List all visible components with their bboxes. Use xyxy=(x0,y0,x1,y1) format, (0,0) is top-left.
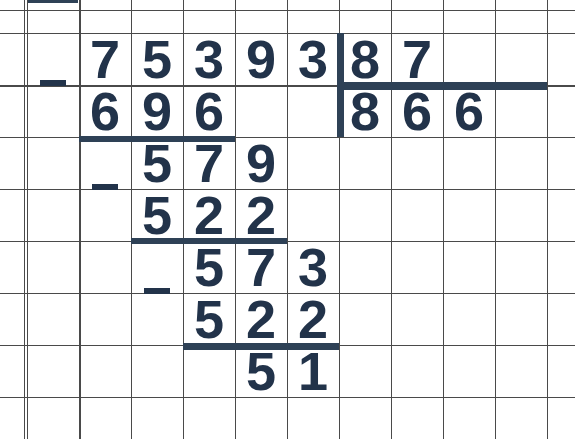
digit-cell: 6 xyxy=(183,85,235,137)
digit-cell: 9 xyxy=(131,85,183,137)
digit-cell: 6 xyxy=(443,85,495,137)
minus-sign xyxy=(144,288,170,294)
digit-cell: 5 xyxy=(183,293,235,345)
digit-cell: 7 xyxy=(235,241,287,293)
subtraction-line-2 xyxy=(131,238,287,244)
digit-cell: 5 xyxy=(131,33,183,85)
minus-sign xyxy=(40,80,66,86)
digit-cell: 6 xyxy=(391,85,443,137)
digit-cell: 8 xyxy=(339,33,391,85)
subtraction-line-3 xyxy=(183,343,339,350)
digit-cell: 3 xyxy=(287,33,339,85)
digit-cell: 6 xyxy=(79,85,131,137)
top-edge-mark xyxy=(28,0,78,3)
digit-cell: 2 xyxy=(287,293,339,345)
digit-cell: 5 xyxy=(183,241,235,293)
digit-cell: 7 xyxy=(183,137,235,189)
digit-cell: 5 xyxy=(235,345,287,397)
digit-cell: 3 xyxy=(287,241,339,293)
digit-cell: 2 xyxy=(235,293,287,345)
digit-cell: 8 xyxy=(339,85,391,137)
digit-cell: 3 xyxy=(183,33,235,85)
minus-sign xyxy=(92,184,118,190)
subtraction-line-1 xyxy=(79,136,235,142)
digit-cell: 7 xyxy=(79,33,131,85)
digit-cell: 2 xyxy=(235,189,287,241)
digit-cell: 5 xyxy=(131,137,183,189)
division-bracket-horizontal-line xyxy=(337,82,547,90)
digit-cell: 9 xyxy=(235,33,287,85)
digit-cell: 1 xyxy=(287,345,339,397)
digit-cell: 9 xyxy=(235,137,287,189)
long-division-grid: 753938769686657952257352251 xyxy=(0,0,575,439)
digit-cell: 7 xyxy=(391,33,443,85)
digit-cell: 2 xyxy=(183,189,235,241)
digit-cell: 5 xyxy=(131,189,183,241)
